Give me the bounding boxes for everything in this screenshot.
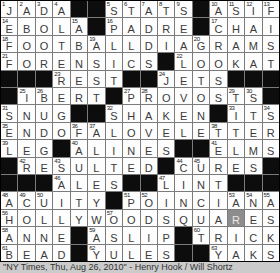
black-cell-r11c16 <box>263 175 279 191</box>
black-cell-r1c12 <box>193 1 209 17</box>
crossword-cell-r8c5[interactable]: 36F <box>71 123 87 139</box>
crossword-cell-r9c14[interactable]: L <box>228 140 244 156</box>
black-cell-r14c5 <box>71 227 87 243</box>
cell-letter: E <box>175 75 191 87</box>
cell-letter: I <box>106 145 122 157</box>
cell-letter: H <box>123 110 139 122</box>
crossword-cell-r13c12[interactable]: U <box>193 210 209 226</box>
cell-letter: P <box>106 23 122 35</box>
crossword-cell-r14c15[interactable]: C <box>245 227 261 243</box>
cell-letter: U <box>106 249 122 261</box>
crossword-cell-r9c6[interactable]: L <box>88 140 104 156</box>
cell-letter: T <box>193 232 209 244</box>
crossword-cell-r8c10[interactable]: E <box>158 123 174 139</box>
crossword-cell-r14c14[interactable]: I <box>228 227 244 243</box>
crossword-cell-r8c14[interactable]: T <box>228 123 244 139</box>
crossword-cell-r10c6[interactable]: L <box>88 158 104 174</box>
cell-letter: G <box>36 145 52 157</box>
crossword-cell-r3c5[interactable]: B <box>71 36 87 52</box>
crossword-cell-r12c15[interactable]: 54N <box>245 192 261 208</box>
crossword-cell-r15c13[interactable]: 63Y <box>210 245 226 261</box>
cell-letter: S <box>210 92 226 104</box>
crossword-cell-r7c3[interactable]: U <box>36 105 52 121</box>
crossword-cell-r3c6[interactable]: 19A <box>88 36 104 52</box>
crossword-cell-r11c12[interactable]: N <box>193 175 209 191</box>
cell-letter: O <box>18 40 34 52</box>
crossword-cell-r9c10[interactable]: S <box>158 140 174 156</box>
crossword-cell-r12c11[interactable]: N <box>175 192 191 208</box>
crossword-cell-r7c16[interactable]: 34S <box>263 105 279 121</box>
crossword-cell-r15c8[interactable]: L <box>123 245 139 261</box>
crossword-cell-r14c9[interactable]: I <box>141 227 157 243</box>
crossword-cell-r7c4[interactable]: G <box>53 105 69 121</box>
crossword-cell-r3c7[interactable]: L <box>106 36 122 52</box>
black-cell-r15c5 <box>71 245 87 261</box>
crossword-cell-r1c16[interactable]: 13F <box>263 1 279 17</box>
crossword-cell-r10c15[interactable]: S <box>245 158 261 174</box>
crossword-cell-r7c9[interactable]: A <box>141 105 157 121</box>
crossword-cell-r4c9[interactable]: S <box>141 53 157 69</box>
crossword-cell-r2c10[interactable]: R <box>158 18 174 34</box>
crossword-cell-r13c11[interactable]: Q <box>175 210 191 226</box>
crossword-cell-r14c12[interactable]: 60T <box>193 227 209 243</box>
crossword-cell-r14c3[interactable]: N <box>36 227 52 243</box>
crossword-cell-r1c7[interactable]: 5S <box>106 1 122 17</box>
crossword-cell-r10c12[interactable]: 45U <box>193 158 209 174</box>
crossword-cell-r15c7[interactable]: U <box>106 245 122 261</box>
crossword-cell-r12c5[interactable]: T <box>71 192 87 208</box>
cell-letter: S <box>106 232 122 244</box>
cell-letter: N <box>18 110 34 122</box>
crossword-cell-r12c13[interactable]: I <box>210 192 226 208</box>
crossword-cell-r5c7[interactable]: T <box>106 71 122 87</box>
crossword-cell-r2c1[interactable]: 14E <box>1 18 17 34</box>
cell-letter: D <box>141 162 157 174</box>
cell-letter: S <box>158 249 174 261</box>
crossword-cell-r10c14[interactable]: E <box>228 158 244 174</box>
crossword-cell-r6c10[interactable]: O <box>158 88 174 104</box>
crossword-cell-r15c4[interactable]: D <box>53 245 69 261</box>
crossword-cell-r3c10[interactable]: I <box>158 36 174 52</box>
crossword-cell-r1c1[interactable]: 1J <box>1 1 17 17</box>
crossword-cell-r9c7[interactable]: I <box>106 140 122 156</box>
crossword-cell-r15c14[interactable]: A <box>228 245 244 261</box>
crossword-cell-r8c2[interactable]: N <box>18 123 34 139</box>
crossword-cell-r1c13[interactable]: 10A <box>210 1 226 17</box>
crossword-cell-r8c9[interactable]: V <box>141 123 157 139</box>
cell-letter: A <box>175 40 191 52</box>
cell-letter: S <box>210 75 226 87</box>
cell-letter: L <box>53 214 69 226</box>
crossword-cell-r6c5[interactable]: R <box>71 88 87 104</box>
cell-letter: N <box>175 197 191 209</box>
cell-letter: H <box>228 23 244 35</box>
cell-letter: C <box>123 58 139 70</box>
crossword-cell-r4c14[interactable]: K <box>228 53 244 69</box>
crossword-cell-r4c11[interactable]: 22L <box>175 53 191 69</box>
crossword-cell-r4c2[interactable]: O <box>18 53 34 69</box>
crossword-cell-r1c2[interactable]: 2A <box>18 1 34 17</box>
cell-letter: N <box>71 58 87 70</box>
black-cell-r11c8 <box>123 175 139 191</box>
cell-letter: D <box>53 249 69 261</box>
crossword-cell-r11c10[interactable]: 47L <box>158 175 174 191</box>
crossword-cell-r10c9[interactable]: D <box>141 158 157 174</box>
cell-letter: S <box>106 179 122 191</box>
crossword-cell-r4c13[interactable]: O <box>210 53 226 69</box>
crossword-cell-r2c16[interactable]: I <box>263 18 279 34</box>
crossword-cell-r10c8[interactable]: E <box>123 158 139 174</box>
cell-letter: R <box>53 75 69 87</box>
crossword-cell-r7c10[interactable]: K <box>158 105 174 121</box>
cell-letter: N <box>18 232 34 244</box>
cell-letter: E <box>53 58 69 70</box>
cell-letter: S <box>141 58 157 70</box>
crossword-cell-r6c12[interactable]: O <box>193 88 209 104</box>
cell-letter: E <box>175 23 191 35</box>
crossword-cell-r10c4[interactable]: 43S <box>53 158 69 174</box>
crossword-cell-r5c5[interactable]: E <box>71 71 87 87</box>
crossword-cell-r12c8[interactable]: 51P <box>123 192 139 208</box>
cell-letter: L <box>123 40 139 52</box>
crossword-cell-r9c1[interactable]: 39L <box>1 140 17 156</box>
cell-letter: S <box>263 145 279 157</box>
crossword-cell-r11c6[interactable]: E <box>88 175 104 191</box>
crossword-cell-r8c7[interactable]: L <box>106 123 122 139</box>
black-cell-r6c1 <box>1 88 17 104</box>
cell-letter: R <box>36 58 52 70</box>
crossword-cell-r3c2[interactable]: O <box>18 36 34 52</box>
crossword-cell-r3c8[interactable]: L <box>123 36 139 52</box>
crossword-cell-r2c2[interactable]: B <box>18 18 34 34</box>
crossword-cell-r8c4[interactable]: O <box>53 123 69 139</box>
crossword-cell-r10c3[interactable]: E <box>36 158 52 174</box>
crossword-cell-r8c1[interactable]: 35E <box>1 123 17 139</box>
cell-letter: T <box>158 5 174 17</box>
black-cell-r1c5 <box>71 1 87 17</box>
crossword-cell-r2c5[interactable]: 15A <box>71 18 87 34</box>
crossword-cell-r12c16[interactable]: 55A <box>263 192 279 208</box>
crossword-cell-r12c2[interactable]: 49C <box>18 192 34 208</box>
cell-letter: S <box>106 110 122 122</box>
crossword-cell-r3c14[interactable]: A <box>228 36 244 52</box>
cell-letter: U <box>36 197 52 209</box>
crossword-cell-r6c11[interactable]: V <box>175 88 191 104</box>
crossword-cell-r12c12[interactable]: C <box>193 192 209 208</box>
crossword-cell-r2c15[interactable]: A <box>245 18 261 34</box>
crossword-cell-r7c12[interactable]: N <box>193 105 209 121</box>
crossword-cell-r14c6[interactable]: 59A <box>88 227 104 243</box>
crossword-cell-r12c4[interactable]: I <box>53 192 69 208</box>
black-cell-r5c8 <box>123 71 139 87</box>
cell-letter: E <box>1 127 17 139</box>
black-cell-r12c7 <box>106 192 122 208</box>
crossword-cell-r7c11[interactable]: E <box>175 105 191 121</box>
cell-letter: I <box>158 40 174 52</box>
cell-letter: L <box>228 145 244 157</box>
crossword-cell-r9c5[interactable]: 40A <box>71 140 87 156</box>
cell-letter: L <box>1 145 17 157</box>
crossword-cell-r11c4[interactable]: 46A <box>53 175 69 191</box>
crossword-cell-r2c7[interactable]: 16P <box>106 18 122 34</box>
crossword-cell-r4c8[interactable]: C <box>123 53 139 69</box>
crossword-cell-r12c3[interactable]: 50U <box>36 192 52 208</box>
cell-letter: S <box>245 92 261 104</box>
crossword-cell-r6c15[interactable]: 30S <box>245 88 261 104</box>
cell-letter: O <box>193 92 209 104</box>
crossword-cell-r12c14[interactable]: 53A <box>228 192 244 208</box>
crossword-cell-r4c12[interactable]: O <box>193 53 209 69</box>
crossword-cell-r11c13[interactable]: T <box>210 175 226 191</box>
crossword-cell-r3c9[interactable]: D <box>141 36 157 52</box>
crossword-cell-r2c3[interactable]: O <box>36 18 52 34</box>
crossword-cell-r6c6[interactable]: T <box>88 88 104 104</box>
crossword-cell-r13c15[interactable]: E <box>245 210 261 226</box>
crossword-cell-r14c4[interactable]: E <box>53 227 69 243</box>
black-cell-r5c2 <box>18 71 34 87</box>
crossword-cell-r12c1[interactable]: 48A <box>1 192 17 208</box>
cell-letter: I <box>141 232 157 244</box>
cell-letter: E <box>18 249 34 261</box>
crossword-cell-r6c4[interactable]: E <box>53 88 69 104</box>
cell-letter: L <box>175 127 191 139</box>
crossword-cell-r5c6[interactable]: S <box>88 71 104 87</box>
crossword-cell-r12c10[interactable]: I <box>158 192 174 208</box>
crossword-cell-r14c13[interactable]: R <box>210 227 226 243</box>
crossword-cell-r4c4[interactable]: E <box>53 53 69 69</box>
crossword-cell-r2c14[interactable]: H <box>228 18 244 34</box>
cell-letter: S <box>263 214 279 226</box>
crossword-cell-r1c9[interactable]: 7A <box>141 1 157 17</box>
crossword-cell-r4c16[interactable]: T <box>263 53 279 69</box>
crossword-cell-r11c11[interactable]: I <box>175 175 191 191</box>
crossword-cell-r4c15[interactable]: A <box>245 53 261 69</box>
cell-letter: Y <box>88 197 104 209</box>
cell-letter: G <box>53 110 69 122</box>
cell-letter: D <box>141 23 157 35</box>
cell-letter: R <box>210 162 226 174</box>
crossword-cell-r1c11[interactable]: 9S <box>175 1 191 17</box>
crossword-cell-r2c8[interactable]: A <box>123 18 139 34</box>
crossword-cell-r9c13[interactable]: 41E <box>210 140 226 156</box>
crossword-cell-r15c15[interactable]: K <box>245 245 261 261</box>
cell-letter: N <box>123 145 139 157</box>
crossword-cell-r13c16[interactable]: S <box>263 210 279 226</box>
crossword-cell-r15c2[interactable]: E <box>18 245 34 261</box>
cell-letter: T <box>210 127 226 139</box>
crossword-cell-r5c12[interactable]: T <box>193 71 209 87</box>
crossword-cell-r14c7[interactable]: S <box>106 227 122 243</box>
crossword-cell-r3c11[interactable]: A <box>175 36 191 52</box>
cell-letter: U <box>193 214 209 226</box>
crossword-cell-r1c4[interactable]: 4A <box>53 1 69 17</box>
crossword-cell-r13c13[interactable]: A <box>210 210 226 226</box>
cell-letter: A <box>245 23 261 35</box>
cell-letter: S <box>175 5 191 17</box>
cell-letter: L <box>36 214 52 226</box>
crossword-cell-r4c6[interactable]: S <box>88 53 104 69</box>
crossword-cell-r9c15[interactable]: M <box>245 140 261 156</box>
cell-letter: E <box>175 110 191 122</box>
crossword-cell-r10c11[interactable]: 44C <box>175 158 191 174</box>
crossword-cell-r1c8[interactable]: 6T <box>123 1 139 17</box>
cell-letter: E <box>141 145 157 157</box>
crossword-cell-r8c11[interactable]: L <box>175 123 191 139</box>
crossword-cell-r13c14[interactable]: R <box>228 210 244 226</box>
cell-letter: L <box>123 249 139 261</box>
crossword-cell-r14c2[interactable]: N <box>18 227 34 243</box>
crossword-cell-r10c2[interactable]: 42R <box>18 158 34 174</box>
cell-letter: I <box>263 23 279 35</box>
crossword-cell-r4c5[interactable]: N <box>71 53 87 69</box>
black-cell-r11c2 <box>18 175 34 191</box>
crossword-cell-r2c13[interactable]: 17C <box>210 18 226 34</box>
crossword-cell-r15c1[interactable]: 61B <box>1 245 17 261</box>
crossword-cell-r8c16[interactable]: R <box>263 123 279 139</box>
crossword-cell-r14c16[interactable]: K <box>263 227 279 243</box>
crossword-cell-r7c2[interactable]: N <box>18 105 34 121</box>
crossword-cell-r7c14[interactable]: 33I <box>228 105 244 121</box>
crossword-cell-r3c13[interactable]: R <box>210 36 226 52</box>
crossword-cell-r3c3[interactable]: O <box>36 36 52 52</box>
crossword-cell-r13c2[interactable]: O <box>18 210 34 226</box>
crossword-cell-r1c10[interactable]: 8T <box>158 1 174 17</box>
crossword-cell-r4c3[interactable]: R <box>36 53 52 69</box>
crossword-cell-r7c15[interactable]: T <box>245 105 261 121</box>
cell-letter: S <box>88 58 104 70</box>
crossword-cell-r7c1[interactable]: 31S <box>1 105 17 121</box>
cell-letter: U <box>71 162 87 174</box>
crossword-cell-r14c1[interactable]: 58A <box>1 227 17 243</box>
crossword-cell-r5c4[interactable]: 23R <box>53 71 69 87</box>
crossword-cell-r10c7[interactable]: T <box>106 158 122 174</box>
crossword-cell-r13c1[interactable]: 56H <box>1 210 17 226</box>
crossword-cell-r6c13[interactable]: S <box>210 88 226 104</box>
crossword-cell-r8c15[interactable]: E <box>245 123 261 139</box>
cell-letter: L <box>106 40 122 52</box>
crossword-cell-r12c9[interactable]: 52O <box>141 192 157 208</box>
crossword-cell-r9c9[interactable]: E <box>141 140 157 156</box>
cell-letter: L <box>175 58 191 70</box>
crossword-cell-r2c4[interactable]: L <box>53 18 69 34</box>
cell-letter: U <box>36 110 52 122</box>
cell-letter: O <box>158 92 174 104</box>
crossword-cell-r2c11[interactable]: E <box>175 18 191 34</box>
crossword-cell-r14c10[interactable]: P <box>158 227 174 243</box>
cell-letter: T <box>210 179 226 191</box>
crossword-cell-r3c1[interactable]: 18F <box>1 36 17 52</box>
crossword-cell-r9c3[interactable]: G <box>36 140 52 156</box>
crossword-cell-r11c7[interactable]: S <box>106 175 122 191</box>
crossword-cell-r15c16[interactable]: S <box>263 245 279 261</box>
crossword-cell-r5c10[interactable]: 24J <box>158 71 174 87</box>
cell-letter: K <box>263 232 279 244</box>
cell-letter: G <box>193 40 209 52</box>
crossword-cell-r8c8[interactable]: O <box>123 123 139 139</box>
cell-letter: O <box>141 197 157 209</box>
cell-letter: L <box>71 179 87 191</box>
crossword-cell-r8c3[interactable]: D <box>36 123 52 139</box>
crossword-cell-r9c16[interactable]: S <box>263 140 279 156</box>
crossword-cell-r5c11[interactable]: E <box>175 71 191 87</box>
crossword-cell-r9c2[interactable]: E <box>18 140 34 156</box>
crossword-cell-r6c9[interactable]: 28R <box>141 88 157 104</box>
cell-letter: F <box>263 5 279 17</box>
crossword-cell-r15c3[interactable]: A <box>36 245 52 261</box>
cell-letter: A <box>88 40 104 52</box>
crossword-cell-r12c6[interactable]: Y <box>88 192 104 208</box>
crossword-cell-r4c1[interactable]: 21F <box>1 53 17 69</box>
crossword-cell-r5c13[interactable]: S <box>210 71 226 87</box>
cell-letter: E <box>228 162 244 174</box>
cell-letter: B <box>36 92 52 104</box>
crossword-cell-r3c12[interactable]: 20G <box>193 36 209 52</box>
crossword-cell-r2c9[interactable]: D <box>141 18 157 34</box>
crossword-cell-r14c8[interactable]: L <box>123 227 139 243</box>
cell-letter: L <box>158 179 174 191</box>
crossword-cell-r15c10[interactable]: S <box>158 245 174 261</box>
crossword-cell-r4c7[interactable]: I <box>106 53 122 69</box>
crossword-cell-r8c6[interactable]: 37A <box>88 123 104 139</box>
crossword-cell-r13c7[interactable]: 57O <box>106 210 122 226</box>
cell-letter: S <box>263 40 279 52</box>
crossword-cell-r13c8[interactable]: O <box>123 210 139 226</box>
cell-letter: C <box>18 197 34 209</box>
crossword-cell-r1c3[interactable]: 3D <box>36 1 52 17</box>
crossword-cell-r1c14[interactable]: 11S <box>228 1 244 17</box>
crossword-cell-r10c5[interactable]: U <box>71 158 87 174</box>
crossword-cell-r8c13[interactable]: 38T <box>210 123 226 139</box>
cell-letter: E <box>245 127 261 139</box>
cell-letter: I <box>175 179 191 191</box>
crossword-cell-r13c6[interactable]: W <box>88 210 104 226</box>
black-cell-r7c6 <box>88 105 104 121</box>
cell-letter: R <box>158 23 174 35</box>
crossword-cell-r13c5[interactable]: Y <box>71 210 87 226</box>
cell-letter: B <box>1 249 17 261</box>
black-cell-r5c14 <box>228 71 244 87</box>
crossword-cell-r7c7[interactable]: 32S <box>106 105 122 121</box>
black-cell-r11c15 <box>245 175 261 191</box>
cell-letter: Y <box>210 249 226 261</box>
crossword-cell-r13c9[interactable]: D <box>141 210 157 226</box>
crossword-cell-r3c15[interactable]: M <box>245 36 261 52</box>
crossword-cell-r3c4[interactable]: T <box>53 36 69 52</box>
crossword-cell-r6c8[interactable]: 27P <box>123 88 139 104</box>
crossword-cell-r15c9[interactable]: E <box>141 245 157 261</box>
crossword-cell-r15c6[interactable]: 62Y <box>88 245 104 261</box>
crossword-cell-r3c16[interactable]: S <box>263 36 279 52</box>
crossword-cell-r9c8[interactable]: N <box>123 140 139 156</box>
crossword-cell-r8c12[interactable]: E <box>193 123 209 139</box>
crossword-cell-r13c4[interactable]: L <box>53 210 69 226</box>
crossword-cell-r7c8[interactable]: H <box>123 105 139 121</box>
crossword-cell-r13c3[interactable]: L <box>36 210 52 226</box>
crossword-cell-r6c2[interactable]: 25I <box>18 88 34 104</box>
cell-letter: A <box>228 40 244 52</box>
black-cell-r15c12 <box>193 245 209 261</box>
cell-letter: K <box>228 58 244 70</box>
crossword-cell-r6c14[interactable]: 29T <box>228 88 244 104</box>
crossword-cell-r13c10[interactable]: S <box>158 210 174 226</box>
crossword-cell-r1c15[interactable]: 12I <box>245 1 261 17</box>
cell-letter: L <box>88 145 104 157</box>
cell-letter: N <box>36 232 52 244</box>
cell-letter: O <box>36 40 52 52</box>
crossword-cell-r6c3[interactable]: 26B <box>36 88 52 104</box>
crossword-cell-r11c5[interactable]: L <box>71 175 87 191</box>
crossword-cell-r10c13[interactable]: R <box>210 158 226 174</box>
